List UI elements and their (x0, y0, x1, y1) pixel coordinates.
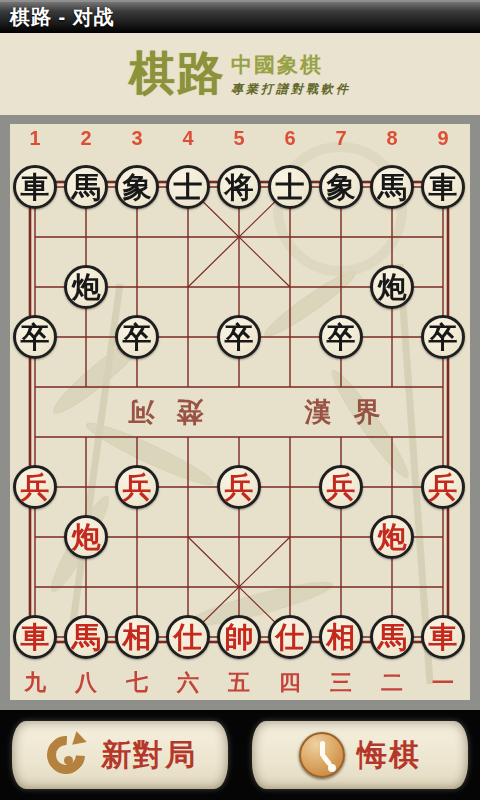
river-label-left: 楚河 (106, 394, 215, 430)
file-number-bottom: 七 (126, 668, 148, 698)
restart-icon (43, 732, 89, 778)
board-panel: 楚河 漢界 123456789九八七六五四三二一車馬象士将士象馬車炮炮卒卒卒卒卒… (0, 115, 480, 710)
file-number-top: 7 (335, 127, 346, 150)
piece-red[interactable]: 兵 (319, 465, 363, 509)
app-screen: 棋路 - 对战 棋路 中國象棋 專業打譜對戰軟件 (0, 0, 480, 800)
piece-black[interactable]: 卒 (13, 315, 57, 359)
piece-black[interactable]: 将 (217, 165, 261, 209)
file-number-top: 8 (386, 127, 397, 150)
new-game-label: 新對局 (101, 735, 197, 776)
file-number-bottom: 三 (330, 668, 352, 698)
piece-black[interactable]: 卒 (217, 315, 261, 359)
xiangqi-board[interactable]: 楚河 漢界 123456789九八七六五四三二一車馬象士将士象馬車炮炮卒卒卒卒卒… (10, 124, 470, 700)
piece-black[interactable]: 士 (268, 165, 312, 209)
piece-black[interactable]: 車 (13, 165, 57, 209)
piece-black[interactable]: 士 (166, 165, 210, 209)
piece-red[interactable]: 相 (115, 615, 159, 659)
piece-red[interactable]: 車 (421, 615, 465, 659)
piece-black[interactable]: 馬 (370, 165, 414, 209)
piece-red[interactable]: 兵 (13, 465, 57, 509)
logo-tagline-text: 專業打譜對戰軟件 (231, 81, 351, 98)
piece-red[interactable]: 兵 (421, 465, 465, 509)
piece-black[interactable]: 卒 (319, 315, 363, 359)
piece-black[interactable]: 卒 (421, 315, 465, 359)
logo-sub-text: 中國象棋 (231, 53, 351, 77)
undo-move-button[interactable]: 悔棋 (252, 721, 468, 789)
file-number-bottom: 四 (279, 668, 301, 698)
piece-red[interactable]: 兵 (217, 465, 261, 509)
file-number-top: 4 (182, 127, 193, 150)
piece-red[interactable]: 仕 (166, 615, 210, 659)
file-number-top: 6 (284, 127, 295, 150)
piece-black[interactable]: 象 (115, 165, 159, 209)
piece-red[interactable]: 兵 (115, 465, 159, 509)
file-number-bottom: 六 (177, 668, 199, 698)
river-label-right: 漢界 (294, 394, 403, 430)
file-number-top: 1 (29, 127, 40, 150)
title-text: 棋路 - 对战 (10, 4, 115, 31)
file-number-bottom: 一 (432, 668, 454, 698)
file-number-top: 5 (233, 127, 244, 150)
piece-black[interactable]: 馬 (64, 165, 108, 209)
piece-black[interactable]: 象 (319, 165, 363, 209)
file-number-bottom: 二 (381, 668, 403, 698)
header-logo-area: 棋路 中國象棋 專業打譜對戰軟件 (0, 33, 480, 115)
undo-move-label: 悔棋 (357, 735, 421, 776)
piece-red[interactable]: 炮 (370, 515, 414, 559)
piece-red[interactable]: 馬 (370, 615, 414, 659)
piece-red[interactable]: 帥 (217, 615, 261, 659)
app-logo: 棋路 中國象棋 專業打譜對戰軟件 (129, 51, 351, 98)
piece-red[interactable]: 馬 (64, 615, 108, 659)
file-number-top: 3 (131, 127, 142, 150)
piece-red[interactable]: 相 (319, 615, 363, 659)
piece-black[interactable]: 車 (421, 165, 465, 209)
action-bar: 新對局 悔棋 (0, 710, 480, 800)
piece-black[interactable]: 卒 (115, 315, 159, 359)
piece-black[interactable]: 炮 (370, 265, 414, 309)
logo-main-text: 棋路 (129, 51, 225, 97)
file-number-bottom: 九 (24, 668, 46, 698)
file-number-bottom: 五 (228, 668, 250, 698)
piece-red[interactable]: 炮 (64, 515, 108, 559)
piece-red[interactable]: 仕 (268, 615, 312, 659)
title-bar: 棋路 - 对战 (0, 0, 480, 33)
piece-red[interactable]: 車 (13, 615, 57, 659)
clock-icon (299, 732, 345, 778)
file-number-bottom: 八 (75, 668, 97, 698)
piece-black[interactable]: 炮 (64, 265, 108, 309)
file-number-top: 2 (80, 127, 91, 150)
new-game-button[interactable]: 新對局 (12, 721, 228, 789)
file-number-top: 9 (437, 127, 448, 150)
